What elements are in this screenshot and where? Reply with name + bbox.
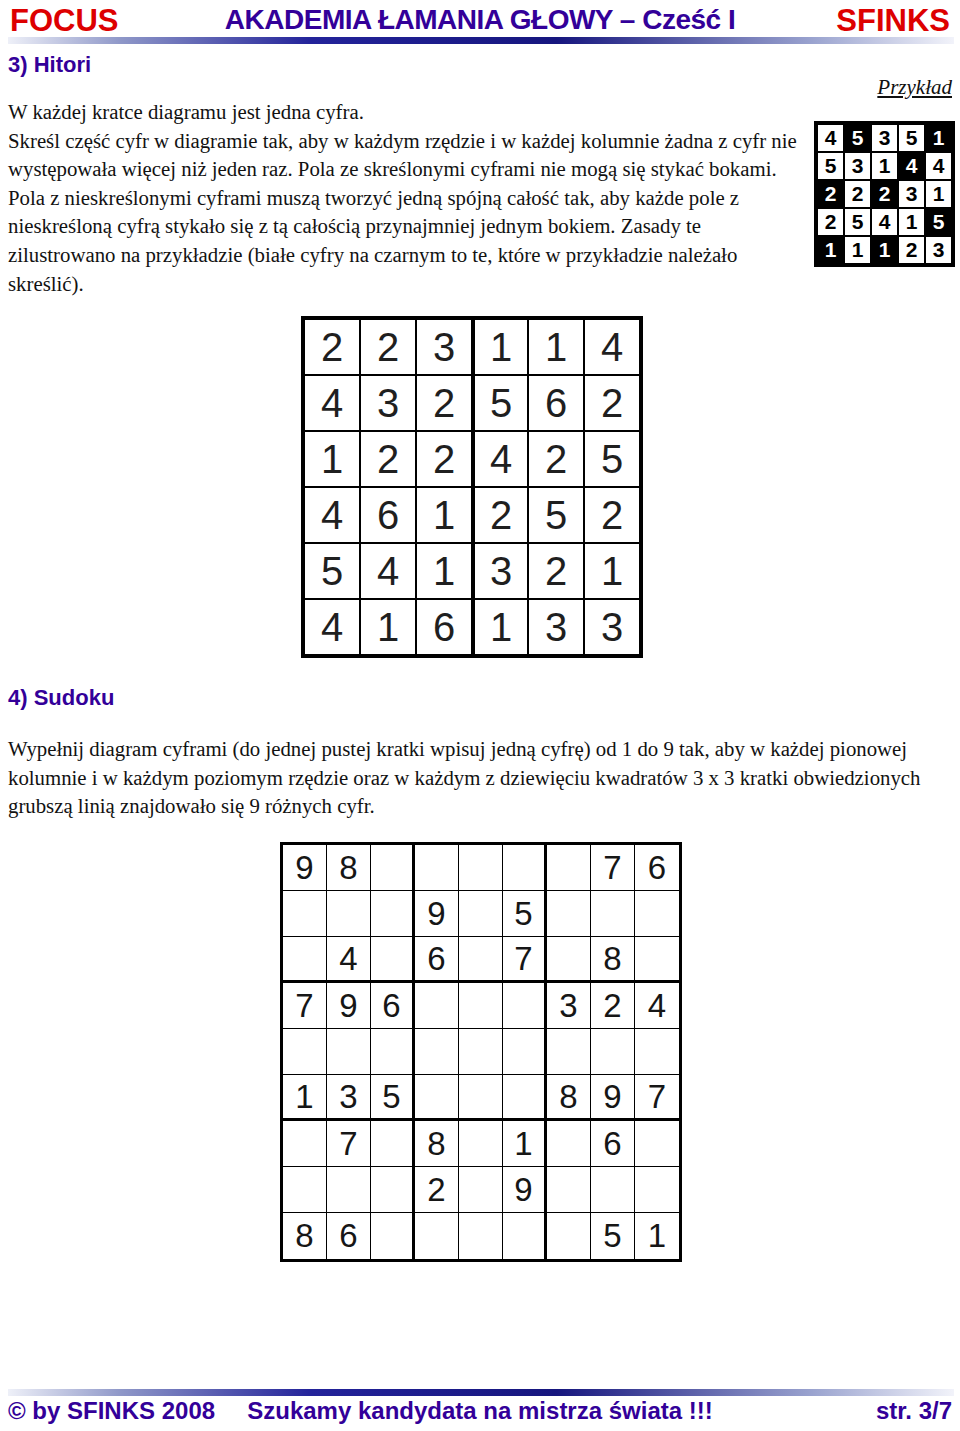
sfinks-logo: SFINKS [836, 3, 950, 39]
hitori-example-cell-r3c3: 2 [872, 181, 897, 207]
sudoku-cell-r4c1: 7 [283, 983, 327, 1029]
hitori-cell-r5c6: 1 [584, 543, 640, 599]
hitori-cell-r3c5: 2 [528, 431, 584, 487]
sudoku-cell-r1c6 [503, 845, 547, 891]
hitori-example-cell-r5c1: 1 [818, 237, 843, 263]
sudoku-cell-r7c4: 8 [415, 1121, 459, 1167]
sudoku-cell-r3c1 [283, 937, 327, 983]
hitori-example-cell-r2c3: 1 [872, 153, 897, 179]
hitori-cell-r2c3: 2 [416, 375, 472, 431]
hitori-example-cell-r1c2: 5 [845, 125, 870, 151]
sudoku-cell-r5c5 [459, 1029, 503, 1075]
sudoku-cell-r1c3 [371, 845, 415, 891]
hitori-example-cell-r3c2: 2 [845, 181, 870, 207]
hitori-example-cell-r2c5: 4 [926, 153, 951, 179]
hitori-example-cell-r2c2: 3 [845, 153, 870, 179]
example-label: Przykład [877, 75, 952, 100]
sudoku-cell-r3c2: 4 [327, 937, 371, 983]
hitori-cell-r4c4: 2 [472, 487, 528, 543]
sudoku-cell-r3c3 [371, 937, 415, 983]
sudoku-cell-r2c2 [327, 891, 371, 937]
sudoku-cell-r9c2: 6 [327, 1213, 371, 1259]
sudoku-cell-r9c4 [415, 1213, 459, 1259]
hitori-cell-r3c3: 2 [416, 431, 472, 487]
sudoku-cell-r1c4 [415, 845, 459, 891]
hitori-cell-r2c2: 3 [360, 375, 416, 431]
hitori-cell-r5c3: 1 [416, 543, 472, 599]
sudoku-cell-r7c3 [371, 1121, 415, 1167]
footer-page-number: str. 3/7 [876, 1397, 952, 1425]
worksheet-page: FOCUS AKADEMIA ŁAMANIA GŁOWY – Cześć I S… [0, 0, 960, 1431]
sudoku-cell-r8c7 [547, 1167, 591, 1213]
sudoku-cell-r7c2: 7 [327, 1121, 371, 1167]
sudoku-cell-r5c4 [415, 1029, 459, 1075]
sudoku-cell-r7c9 [635, 1121, 679, 1167]
sudoku-cell-r5c8 [591, 1029, 635, 1075]
sudoku-cell-r7c1 [283, 1121, 327, 1167]
hitori-example-cell-r3c5: 1 [926, 181, 951, 207]
hitori-cell-r1c3: 3 [416, 319, 472, 375]
hitori-cell-r6c1: 4 [304, 599, 360, 655]
sudoku-cell-r6c2: 3 [327, 1075, 371, 1121]
sudoku-cell-r9c7 [547, 1213, 591, 1259]
hitori-cell-r3c2: 2 [360, 431, 416, 487]
sudoku-cell-r5c2 [327, 1029, 371, 1075]
page-title: AKADEMIA ŁAMANIA GŁOWY – Cześć I [0, 4, 960, 36]
hitori-example-cell-r5c5: 3 [926, 237, 951, 263]
hitori-example-cell-r4c2: 5 [845, 209, 870, 235]
sudoku-cell-r5c1 [283, 1029, 327, 1075]
hitori-cell-r5c4: 3 [472, 543, 528, 599]
sudoku-cell-r3c9 [635, 937, 679, 983]
header-rule [8, 37, 954, 44]
hitori-example-cell-r4c1: 2 [818, 209, 843, 235]
hitori-section-heading: 3) Hitori [8, 52, 91, 78]
sudoku-cell-r1c5 [459, 845, 503, 891]
sudoku-cell-r6c5 [459, 1075, 503, 1121]
hitori-cell-r6c5: 3 [528, 599, 584, 655]
hitori-puzzle-grid: 223114432562122425461252541321416133 [301, 316, 643, 658]
hitori-example-cell-r5c2: 1 [845, 237, 870, 263]
hitori-example-cell-r3c1: 2 [818, 181, 843, 207]
sudoku-cell-r6c1: 1 [283, 1075, 327, 1121]
sudoku-cell-r3c5 [459, 937, 503, 983]
hitori-example-cell-r5c4: 2 [899, 237, 924, 263]
hitori-cell-r4c2: 6 [360, 487, 416, 543]
hitori-cell-r1c1: 2 [304, 319, 360, 375]
hitori-example-cell-r5c3: 1 [872, 237, 897, 263]
sudoku-cell-r1c2: 8 [327, 845, 371, 891]
sudoku-cell-r1c8: 7 [591, 845, 635, 891]
sudoku-cell-r2c9 [635, 891, 679, 937]
sudoku-cell-r9c6 [503, 1213, 547, 1259]
sudoku-cell-r9c3 [371, 1213, 415, 1259]
hitori-cell-r5c5: 2 [528, 543, 584, 599]
hitori-rules-line1: W każdej kratce diagramu jest jedna cyfr… [8, 98, 806, 127]
sudoku-cell-r2c3 [371, 891, 415, 937]
sudoku-cell-r6c9: 7 [635, 1075, 679, 1121]
sudoku-cell-r4c8: 2 [591, 983, 635, 1029]
sudoku-cell-r9c9: 1 [635, 1213, 679, 1259]
sudoku-grid: 98769546787963241358977816298651 [280, 842, 682, 1262]
sudoku-cell-r1c7 [547, 845, 591, 891]
sudoku-section-heading: 4) Sudoku [8, 685, 114, 711]
sudoku-cell-r4c3: 6 [371, 983, 415, 1029]
sudoku-cell-r6c6 [503, 1075, 547, 1121]
sudoku-cell-r8c5 [459, 1167, 503, 1213]
sudoku-cell-r5c3 [371, 1029, 415, 1075]
hitori-example-cell-r2c4: 4 [899, 153, 924, 179]
sudoku-cell-r8c2 [327, 1167, 371, 1213]
hitori-example-cell-r4c5: 5 [926, 209, 951, 235]
sudoku-cell-r7c5 [459, 1121, 503, 1167]
hitori-cell-r6c3: 6 [416, 599, 472, 655]
sudoku-cell-r8c1 [283, 1167, 327, 1213]
hitori-cell-r4c3: 1 [416, 487, 472, 543]
sudoku-cell-r2c4: 9 [415, 891, 459, 937]
sudoku-cell-r4c5 [459, 983, 503, 1029]
sudoku-cell-r9c5 [459, 1213, 503, 1259]
sudoku-cell-r3c4: 6 [415, 937, 459, 983]
sudoku-cell-r8c3 [371, 1167, 415, 1213]
hitori-cell-r6c4: 1 [472, 599, 528, 655]
sudoku-cell-r7c6: 1 [503, 1121, 547, 1167]
hitori-rules-body: Skreśl część cyfr w diagramie tak, aby w… [8, 127, 806, 299]
hitori-cell-r1c5: 1 [528, 319, 584, 375]
hitori-cell-r4c6: 2 [584, 487, 640, 543]
hitori-cell-r5c1: 5 [304, 543, 360, 599]
sudoku-cell-r3c7 [547, 937, 591, 983]
sudoku-cell-r6c3: 5 [371, 1075, 415, 1121]
hitori-cell-r2c4: 5 [472, 375, 528, 431]
sudoku-cell-r8c8 [591, 1167, 635, 1213]
sudoku-cell-r9c1: 8 [283, 1213, 327, 1259]
hitori-cell-r4c1: 4 [304, 487, 360, 543]
sudoku-cell-r6c4 [415, 1075, 459, 1121]
sudoku-cell-r5c9 [635, 1029, 679, 1075]
hitori-cell-r1c4: 1 [472, 319, 528, 375]
hitori-cell-r2c5: 6 [528, 375, 584, 431]
hitori-example-cell-r3c4: 3 [899, 181, 924, 207]
sudoku-cell-r5c7 [547, 1029, 591, 1075]
sudoku-cell-r2c5 [459, 891, 503, 937]
hitori-cell-r1c6: 4 [584, 319, 640, 375]
sudoku-cell-r1c9: 6 [635, 845, 679, 891]
hitori-cell-r1c2: 2 [360, 319, 416, 375]
hitori-example-cell-r4c3: 4 [872, 209, 897, 235]
sudoku-rules-text: Wypełnij diagram cyframi (do jednej pust… [8, 735, 956, 821]
sudoku-cell-r8c6: 9 [503, 1167, 547, 1213]
hitori-example-cell-r1c4: 5 [899, 125, 924, 151]
sudoku-cell-r4c2: 9 [327, 983, 371, 1029]
sudoku-cell-r8c9 [635, 1167, 679, 1213]
hitori-cell-r6c2: 1 [360, 599, 416, 655]
hitori-cell-r5c2: 4 [360, 543, 416, 599]
hitori-cell-r2c6: 2 [584, 375, 640, 431]
footer-slogan: Szukamy kandydata na mistrza świata !!! [0, 1397, 960, 1425]
hitori-example-grid: 4535153144222312541511123 [814, 121, 955, 267]
sudoku-cell-r4c6 [503, 983, 547, 1029]
sudoku-cell-r6c8: 9 [591, 1075, 635, 1121]
hitori-cell-r3c6: 5 [584, 431, 640, 487]
hitori-cell-r3c1: 1 [304, 431, 360, 487]
hitori-cell-r2c1: 4 [304, 375, 360, 431]
hitori-example-cell-r2c1: 5 [818, 153, 843, 179]
sudoku-cell-r4c4 [415, 983, 459, 1029]
sudoku-cell-r2c8 [591, 891, 635, 937]
hitori-example-cell-r1c5: 1 [926, 125, 951, 151]
sudoku-cell-r7c7 [547, 1121, 591, 1167]
sudoku-cell-r7c8: 6 [591, 1121, 635, 1167]
sudoku-cell-r4c7: 3 [547, 983, 591, 1029]
sudoku-cell-r6c7: 8 [547, 1075, 591, 1121]
sudoku-cell-r5c6 [503, 1029, 547, 1075]
sudoku-cell-r1c1: 9 [283, 845, 327, 891]
hitori-cell-r6c6: 3 [584, 599, 640, 655]
hitori-rules-text: W każdej kratce diagramu jest jedna cyfr… [8, 98, 806, 298]
hitori-cell-r4c5: 5 [528, 487, 584, 543]
sudoku-cell-r9c8: 5 [591, 1213, 635, 1259]
sudoku-cell-r2c1 [283, 891, 327, 937]
sudoku-cell-r3c6: 7 [503, 937, 547, 983]
hitori-example-cell-r1c1: 4 [818, 125, 843, 151]
sudoku-cell-r8c4: 2 [415, 1167, 459, 1213]
hitori-example-cell-r1c3: 3 [872, 125, 897, 151]
hitori-example-cell-r4c4: 1 [899, 209, 924, 235]
footer-rule [8, 1389, 954, 1396]
hitori-cell-r3c4: 4 [472, 431, 528, 487]
sudoku-cell-r2c6: 5 [503, 891, 547, 937]
sudoku-cell-r2c7 [547, 891, 591, 937]
sudoku-cell-r4c9: 4 [635, 983, 679, 1029]
sudoku-cell-r3c8: 8 [591, 937, 635, 983]
